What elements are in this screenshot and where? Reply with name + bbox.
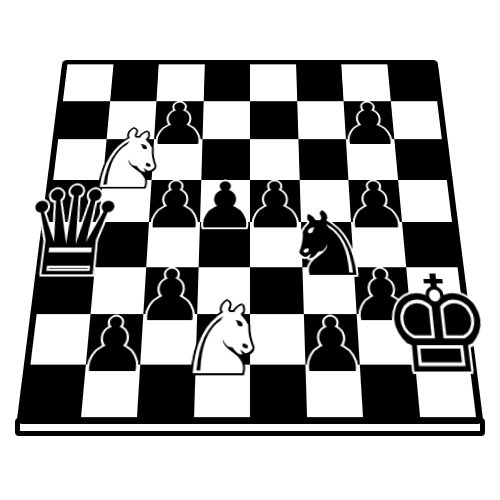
square-e6[interactable] (250, 139, 299, 179)
square-e1[interactable] (250, 364, 307, 417)
square-h2[interactable]: ♚ (410, 314, 469, 364)
square-g6[interactable] (346, 139, 398, 179)
square-d5[interactable]: ♟ (200, 180, 251, 222)
square-a2[interactable] (30, 314, 89, 364)
square-a8[interactable] (63, 64, 113, 100)
square-c3[interactable]: ♟ (143, 267, 198, 314)
chess-board: ♟♟♞♟♟♟♟♛♞♟♟♟♞♟♚ (16, 60, 483, 424)
square-g2[interactable] (357, 314, 415, 364)
square-e4[interactable] (250, 222, 302, 267)
square-d4[interactable] (198, 222, 250, 267)
square-a6[interactable] (53, 139, 106, 179)
square-f7[interactable] (297, 101, 346, 139)
square-h1[interactable] (415, 364, 476, 417)
square-a5[interactable] (48, 180, 102, 222)
square-c6[interactable] (152, 139, 202, 179)
square-b6[interactable]: ♞ (102, 139, 154, 179)
square-f2[interactable]: ♟ (303, 314, 359, 364)
square-e2[interactable] (250, 314, 305, 364)
square-e8[interactable] (250, 64, 297, 100)
square-f5[interactable] (299, 180, 351, 222)
square-a1[interactable] (24, 364, 85, 417)
square-h3[interactable] (406, 267, 464, 314)
square-b5[interactable] (99, 180, 152, 222)
square-d1[interactable] (193, 364, 250, 417)
square-b1[interactable] (80, 364, 140, 417)
square-c7[interactable]: ♟ (154, 101, 203, 139)
square-e5[interactable]: ♟ (250, 180, 301, 222)
square-d6[interactable] (201, 139, 250, 179)
square-h8[interactable] (387, 64, 437, 100)
square-a3[interactable] (37, 267, 95, 314)
square-f1[interactable] (305, 364, 363, 417)
square-g5[interactable]: ♟ (348, 180, 401, 222)
square-f3[interactable] (302, 267, 357, 314)
square-d7[interactable] (202, 101, 250, 139)
square-b3[interactable] (90, 267, 146, 314)
square-g3[interactable]: ♟ (354, 267, 410, 314)
square-h5[interactable] (398, 180, 452, 222)
square-h7[interactable] (390, 101, 441, 139)
square-c4[interactable] (146, 222, 199, 267)
square-c5[interactable]: ♟ (149, 180, 201, 222)
square-a4[interactable]: ♛ (42, 222, 98, 267)
square-g4[interactable] (351, 222, 406, 267)
square-f4[interactable]: ♞ (301, 222, 354, 267)
square-c2[interactable] (140, 314, 196, 364)
chess-board-illustration: ♟♟♞♟♟♟♟♛♞♟♟♟♞♟♚ (0, 0, 500, 500)
square-f8[interactable] (296, 64, 344, 100)
square-e3[interactable] (250, 267, 303, 314)
square-b4[interactable] (94, 222, 149, 267)
square-g1[interactable] (360, 364, 420, 417)
square-a7[interactable] (58, 101, 109, 139)
square-f6[interactable] (298, 139, 348, 179)
square-h6[interactable] (394, 139, 447, 179)
square-c1[interactable] (137, 364, 195, 417)
square-g7[interactable]: ♟ (344, 101, 394, 139)
square-d2[interactable]: ♞ (195, 314, 250, 364)
square-e7[interactable] (250, 101, 298, 139)
square-d3[interactable] (197, 267, 250, 314)
square-d8[interactable] (203, 64, 250, 100)
square-b7[interactable] (106, 101, 156, 139)
square-b8[interactable] (110, 64, 159, 100)
square-g8[interactable] (341, 64, 390, 100)
square-h4[interactable] (402, 222, 458, 267)
board-grid: ♟♟♞♟♟♟♟♛♞♟♟♟♞♟♚ (16, 60, 483, 424)
square-b2[interactable]: ♟ (85, 314, 143, 364)
square-c8[interactable] (156, 64, 204, 100)
